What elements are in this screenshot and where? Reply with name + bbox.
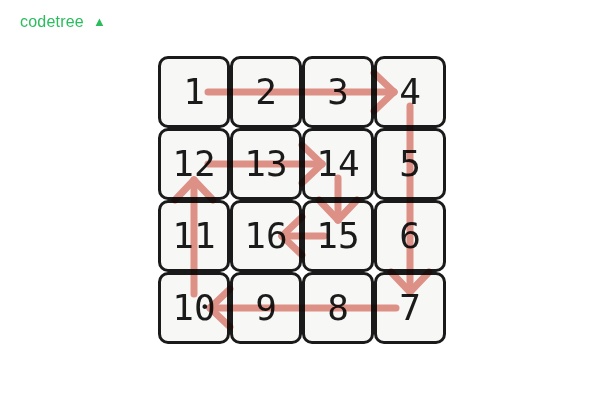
logo: codetree ▲ xyxy=(20,14,106,30)
cell-r2c3: 6 xyxy=(374,200,446,272)
cell-r0c1: 2 xyxy=(230,56,302,128)
cell-r0c2: 3 xyxy=(302,56,374,128)
cell-r0c0: 1 xyxy=(158,56,230,128)
logo-triangle-icon: ▲ xyxy=(93,15,106,28)
logo-text: codetree xyxy=(20,14,84,30)
cell-r1c2: 14 xyxy=(302,128,374,200)
cell-r3c3: 7 xyxy=(374,272,446,344)
cell-r1c3: 5 xyxy=(374,128,446,200)
cell-r3c0: 10 xyxy=(158,272,230,344)
spiral-board: 12341213145111615610987 xyxy=(158,56,446,344)
cell-r2c2: 15 xyxy=(302,200,374,272)
grid: 12341213145111615610987 xyxy=(158,56,446,344)
cell-r3c1: 9 xyxy=(230,272,302,344)
cell-r0c3: 4 xyxy=(374,56,446,128)
cell-r3c2: 8 xyxy=(302,272,374,344)
cell-r1c1: 13 xyxy=(230,128,302,200)
cell-r2c0: 11 xyxy=(158,200,230,272)
cell-r2c1: 16 xyxy=(230,200,302,272)
cell-r1c0: 12 xyxy=(158,128,230,200)
